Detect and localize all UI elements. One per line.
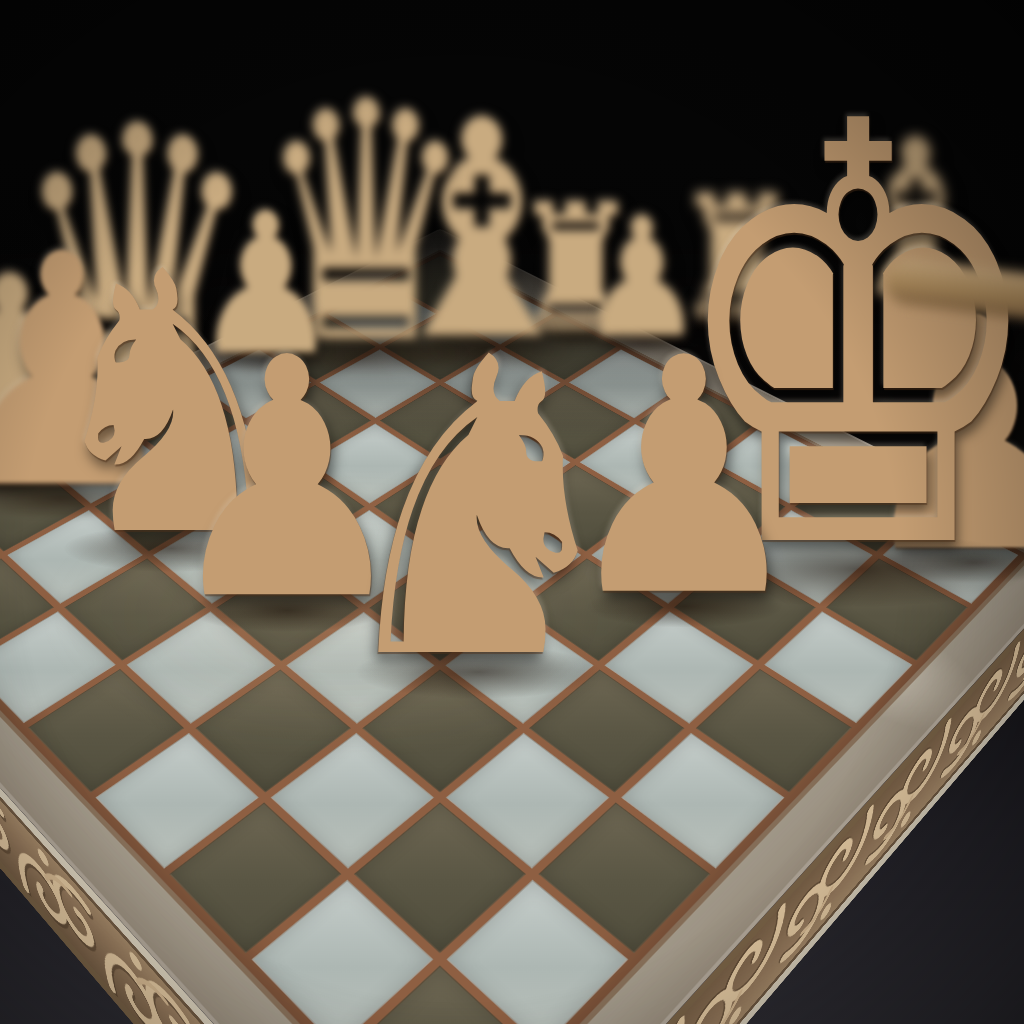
photo-scene: ♝♜♜♟♝♛♟♛♟♟♞♟♚♟♟♞	[0, 0, 1024, 1024]
white-knight-e4[interactable]: ♞	[294, 305, 662, 715]
knight-glyph: ♞	[322, 305, 634, 715]
pieces-layer: ♝♜♜♟♝♛♟♛♟♟♞♟♚♟♟♞	[0, 0, 1024, 1024]
